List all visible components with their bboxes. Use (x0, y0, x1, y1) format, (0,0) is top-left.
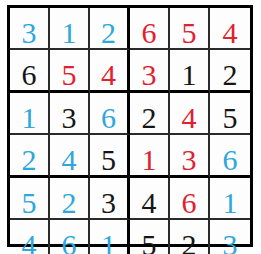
cell-r3c5[interactable]: 4 (170, 93, 210, 135)
cell-r1c5[interactable]: 5 (170, 8, 210, 50)
cell-r3c2[interactable]: 3 (50, 93, 90, 135)
cell-r6c1[interactable]: 4 (10, 220, 50, 254)
cell-r5c2[interactable]: 2 (50, 178, 90, 220)
cell-r3c3[interactable]: 6 (90, 93, 130, 135)
cell-r1c4[interactable]: 6 (130, 8, 170, 50)
cell-r5c1[interactable]: 5 (10, 178, 50, 220)
cell-r4c4[interactable]: 1 (130, 135, 170, 178)
cell-r1c1[interactable]: 3 (10, 8, 50, 50)
cell-r5c3[interactable]: 3 (90, 178, 130, 220)
cell-r2c1[interactable]: 6 (10, 50, 50, 93)
cell-r6c6[interactable]: 3 (210, 220, 250, 254)
cell-r5c5[interactable]: 6 (170, 178, 210, 220)
cell-r4c1[interactable]: 2 (10, 135, 50, 178)
cell-r5c6[interactable]: 1 (210, 178, 250, 220)
cell-r4c2[interactable]: 4 (50, 135, 90, 178)
cell-r6c5[interactable]: 2 (170, 220, 210, 254)
cell-r2c5[interactable]: 1 (170, 50, 210, 93)
cell-r2c4[interactable]: 3 (130, 50, 170, 93)
cell-r5c4[interactable]: 4 (130, 178, 170, 220)
cell-r6c4[interactable]: 5 (130, 220, 170, 254)
cell-r2c3[interactable]: 4 (90, 50, 130, 93)
cell-r6c2[interactable]: 6 (50, 220, 90, 254)
sudoku-board: 312654654312136245245136523461461523 (7, 5, 253, 247)
cell-r6c3[interactable]: 1 (90, 220, 130, 254)
cell-r2c6[interactable]: 2 (210, 50, 250, 93)
cell-r1c3[interactable]: 2 (90, 8, 130, 50)
cell-r2c2[interactable]: 5 (50, 50, 90, 93)
cell-r3c4[interactable]: 2 (130, 93, 170, 135)
cell-r3c1[interactable]: 1 (10, 93, 50, 135)
cell-r4c5[interactable]: 3 (170, 135, 210, 178)
cell-r1c2[interactable]: 1 (50, 8, 90, 50)
cell-r3c6[interactable]: 5 (210, 93, 250, 135)
cell-r4c3[interactable]: 5 (90, 135, 130, 178)
cell-r1c6[interactable]: 4 (210, 8, 250, 50)
cell-r4c6[interactable]: 6 (210, 135, 250, 178)
